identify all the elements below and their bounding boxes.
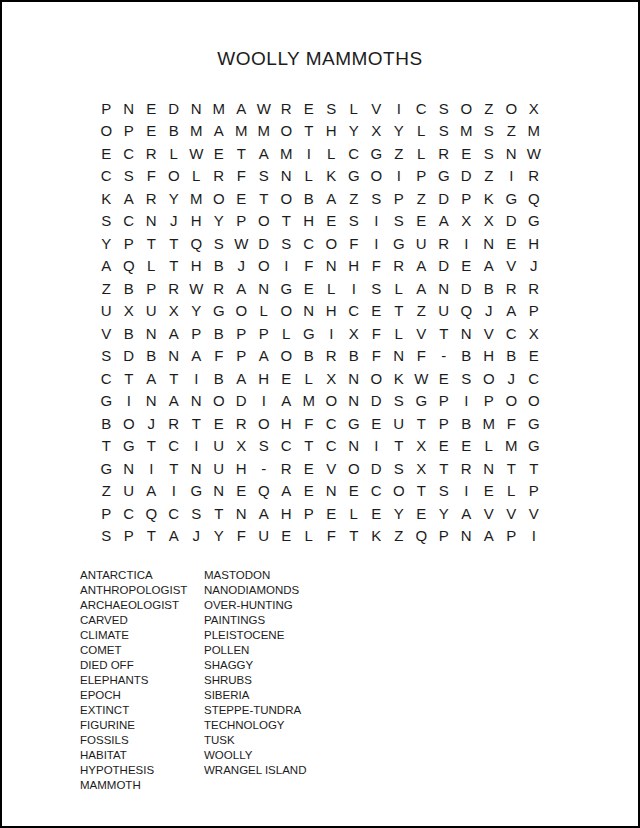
grid-cell[interactable]: R [523, 277, 546, 300]
grid-cell[interactable]: G [410, 390, 433, 413]
grid-cell[interactable]: H [275, 502, 298, 525]
grid-cell[interactable]: S [388, 210, 411, 233]
grid-cell[interactable]: E [298, 97, 321, 120]
grid-cell[interactable]: G [523, 210, 546, 233]
grid-cell[interactable]: Z [95, 480, 118, 503]
grid-cell[interactable]: C [410, 97, 433, 120]
grid-cell[interactable]: F [298, 412, 321, 435]
grid-cell[interactable]: F [208, 345, 231, 368]
grid-cell[interactable]: S [365, 187, 388, 210]
grid-cell[interactable]: L [253, 300, 276, 323]
grid-cell[interactable]: P [523, 300, 546, 323]
word-item[interactable]: EXTINCT [80, 703, 204, 718]
grid-cell[interactable]: X [478, 210, 501, 233]
grid-cell[interactable]: T [410, 480, 433, 503]
grid-cell[interactable]: S [433, 480, 456, 503]
grid-cell[interactable]: F [365, 255, 388, 278]
grid-cell[interactable]: U [118, 480, 141, 503]
grid-cell[interactable]: J [478, 300, 501, 323]
grid-cell[interactable]: Z [410, 187, 433, 210]
grid-cell[interactable]: B [140, 345, 163, 368]
grid-cell[interactable]: T [410, 412, 433, 435]
grid-cell[interactable]: F [230, 165, 253, 188]
grid-cell[interactable]: E [455, 435, 478, 458]
grid-cell[interactable]: X [523, 97, 546, 120]
word-item[interactable]: FOSSILS [80, 733, 204, 748]
grid-cell[interactable]: C [95, 367, 118, 390]
grid-cell[interactable]: F [500, 412, 523, 435]
grid-cell[interactable]: V [95, 322, 118, 345]
grid-cell[interactable]: I [388, 165, 411, 188]
grid-cell[interactable]: R [275, 457, 298, 480]
grid-cell[interactable]: G [523, 435, 546, 458]
grid-cell[interactable]: T [253, 187, 276, 210]
grid-cell[interactable]: K [95, 187, 118, 210]
grid-cell[interactable]: Y [343, 120, 366, 143]
grid-cell[interactable]: Q [253, 480, 276, 503]
grid-cell[interactable]: B [208, 367, 231, 390]
grid-cell[interactable]: G [343, 412, 366, 435]
grid-cell[interactable]: O [118, 412, 141, 435]
grid-cell[interactable]: D [433, 187, 456, 210]
grid-cell[interactable]: O [365, 165, 388, 188]
grid-cell[interactable]: J [185, 525, 208, 548]
grid-cell[interactable]: E [523, 345, 546, 368]
grid-cell[interactable]: B [118, 322, 141, 345]
grid-cell[interactable]: E [455, 142, 478, 165]
grid-cell[interactable]: L [298, 165, 321, 188]
grid-cell[interactable]: N [320, 255, 343, 278]
grid-cell[interactable]: I [140, 457, 163, 480]
grid-cell[interactable]: J [163, 210, 186, 233]
grid-cell[interactable]: W [230, 232, 253, 255]
grid-cell[interactable]: H [230, 457, 253, 480]
grid-cell[interactable]: N [230, 502, 253, 525]
grid-cell[interactable]: A [410, 255, 433, 278]
grid-cell[interactable]: J [500, 367, 523, 390]
grid-cell[interactable]: S [275, 232, 298, 255]
word-item[interactable]: HYPOTHESIS [80, 763, 204, 778]
grid-cell[interactable]: O [500, 97, 523, 120]
grid-cell[interactable]: N [275, 165, 298, 188]
grid-cell[interactable]: S [118, 165, 141, 188]
grid-cell[interactable]: A [163, 322, 186, 345]
grid-cell[interactable]: H [253, 367, 276, 390]
grid-cell[interactable]: D [500, 210, 523, 233]
grid-cell[interactable]: U [410, 232, 433, 255]
grid-cell[interactable]: T [388, 435, 411, 458]
grid-cell[interactable]: L [410, 120, 433, 143]
grid-cell[interactable]: H [185, 255, 208, 278]
grid-cell[interactable]: X [230, 435, 253, 458]
grid-cell[interactable]: P [433, 525, 456, 548]
grid-cell[interactable]: R [275, 97, 298, 120]
grid-cell[interactable]: E [365, 300, 388, 323]
grid-cell[interactable]: B [298, 187, 321, 210]
grid-cell[interactable]: B [455, 412, 478, 435]
grid-cell[interactable]: E [455, 255, 478, 278]
grid-cell[interactable]: P [433, 390, 456, 413]
grid-cell[interactable]: U [140, 300, 163, 323]
grid-cell[interactable]: C [523, 367, 546, 390]
grid-cell[interactable]: H [275, 412, 298, 435]
grid-cell[interactable]: F [410, 345, 433, 368]
word-item[interactable]: SIBERIA [204, 688, 306, 703]
grid-cell[interactable]: P [478, 390, 501, 413]
grid-cell[interactable]: L [275, 322, 298, 345]
grid-cell[interactable]: N [140, 322, 163, 345]
grid-cell[interactable]: - [433, 345, 456, 368]
grid-cell[interactable]: A [433, 210, 456, 233]
grid-cell[interactable]: J [230, 255, 253, 278]
grid-cell[interactable]: O [320, 232, 343, 255]
grid-cell[interactable]: E [410, 502, 433, 525]
word-item[interactable]: WOOLLY [204, 748, 306, 763]
grid-cell[interactable]: L [343, 97, 366, 120]
grid-cell[interactable]: V [320, 457, 343, 480]
grid-cell[interactable]: S [433, 97, 456, 120]
grid-cell[interactable]: A [478, 255, 501, 278]
grid-cell[interactable]: X [455, 210, 478, 233]
grid-cell[interactable]: N [478, 232, 501, 255]
grid-cell[interactable]: O [95, 120, 118, 143]
grid-cell[interactable]: G [208, 300, 231, 323]
grid-cell[interactable]: L [388, 322, 411, 345]
grid-cell[interactable]: S [208, 232, 231, 255]
grid-cell[interactable]: R [140, 142, 163, 165]
grid-cell[interactable]: M [298, 390, 321, 413]
grid-cell[interactable]: G [298, 322, 321, 345]
grid-cell[interactable]: F [365, 322, 388, 345]
grid-cell[interactable]: B [118, 277, 141, 300]
grid-cell[interactable]: B [478, 277, 501, 300]
grid-cell[interactable]: R [523, 165, 546, 188]
grid-cell[interactable]: S [365, 277, 388, 300]
grid-cell[interactable]: L [185, 165, 208, 188]
grid-cell[interactable]: E [275, 525, 298, 548]
grid-cell[interactable]: K [320, 165, 343, 188]
grid-cell[interactable]: N [140, 210, 163, 233]
grid-cell[interactable]: O [320, 390, 343, 413]
grid-cell[interactable]: Z [410, 300, 433, 323]
grid-cell[interactable]: P [95, 97, 118, 120]
grid-cell[interactable]: N [343, 435, 366, 458]
grid-cell[interactable]: L [298, 367, 321, 390]
grid-cell[interactable]: A [140, 367, 163, 390]
grid-cell[interactable]: H [343, 255, 366, 278]
grid-cell[interactable]: Y [388, 502, 411, 525]
grid-cell[interactable]: W [523, 142, 546, 165]
word-item[interactable]: FIGURINE [80, 718, 204, 733]
grid-cell[interactable]: E [298, 457, 321, 480]
grid-cell[interactable]: E [320, 210, 343, 233]
grid-cell[interactable]: A [275, 480, 298, 503]
grid-cell[interactable]: P [118, 120, 141, 143]
grid-cell[interactable]: N [343, 390, 366, 413]
grid-cell[interactable]: X [320, 367, 343, 390]
grid-cell[interactable]: V [500, 502, 523, 525]
grid-cell[interactable]: O [253, 255, 276, 278]
grid-cell[interactable]: S [95, 210, 118, 233]
grid-cell[interactable]: B [298, 345, 321, 368]
grid-cell[interactable]: Y [185, 300, 208, 323]
grid-cell[interactable]: R [230, 412, 253, 435]
grid-cell[interactable]: R [388, 255, 411, 278]
grid-cell[interactable]: P [118, 525, 141, 548]
grid-cell[interactable]: H [298, 210, 321, 233]
grid-cell[interactable]: R [208, 277, 231, 300]
grid-cell[interactable]: G [275, 277, 298, 300]
grid-cell[interactable]: E [365, 502, 388, 525]
word-item[interactable]: DIED OFF [80, 658, 204, 673]
grid-cell[interactable]: Z [500, 120, 523, 143]
grid-cell[interactable]: G [365, 142, 388, 165]
word-item[interactable]: PLEISTOCENE [204, 628, 306, 643]
grid-cell[interactable]: N [253, 277, 276, 300]
grid-cell[interactable]: N [208, 480, 231, 503]
grid-cell[interactable]: Y [208, 525, 231, 548]
grid-cell[interactable]: V [478, 322, 501, 345]
grid-cell[interactable]: T [298, 435, 321, 458]
grid-cell[interactable]: I [185, 435, 208, 458]
grid-cell[interactable]: O [163, 165, 186, 188]
grid-cell[interactable]: P [140, 277, 163, 300]
grid-cell[interactable]: S [253, 435, 276, 458]
grid-cell[interactable]: S [185, 502, 208, 525]
grid-cell[interactable]: T [343, 525, 366, 548]
grid-cell[interactable]: P [388, 187, 411, 210]
grid-cell[interactable]: O [253, 412, 276, 435]
grid-cell[interactable]: I [388, 97, 411, 120]
grid-cell[interactable]: I [500, 165, 523, 188]
grid-cell[interactable]: O [343, 457, 366, 480]
word-item[interactable]: CLIMATE [80, 628, 204, 643]
grid-cell[interactable]: E [208, 412, 231, 435]
grid-cell[interactable]: R [140, 187, 163, 210]
grid-cell[interactable]: Q [118, 255, 141, 278]
grid-cell[interactable]: G [500, 187, 523, 210]
grid-cell[interactable]: T [118, 367, 141, 390]
grid-cell[interactable]: - [253, 457, 276, 480]
grid-cell[interactable]: K [365, 525, 388, 548]
grid-cell[interactable]: P [230, 345, 253, 368]
grid-cell[interactable]: E [140, 97, 163, 120]
grid-cell[interactable]: Y [433, 502, 456, 525]
grid-cell[interactable]: F [365, 345, 388, 368]
grid-cell[interactable]: U [388, 412, 411, 435]
grid-cell[interactable]: S [253, 165, 276, 188]
grid-cell[interactable]: P [95, 502, 118, 525]
word-item[interactable]: OVER-HUNTING [204, 598, 306, 613]
grid-cell[interactable]: C [118, 210, 141, 233]
grid-cell[interactable]: N [185, 457, 208, 480]
grid-cell[interactable]: T [208, 502, 231, 525]
grid-cell[interactable]: E [433, 435, 456, 458]
word-item[interactable]: TECHNOLOGY [204, 718, 306, 733]
grid-cell[interactable]: N [185, 390, 208, 413]
grid-cell[interactable]: A [410, 277, 433, 300]
grid-cell[interactable]: R [163, 412, 186, 435]
grid-cell[interactable]: N [185, 97, 208, 120]
grid-cell[interactable]: C [343, 300, 366, 323]
grid-cell[interactable]: B [500, 345, 523, 368]
grid-cell[interactable]: N [433, 277, 456, 300]
grid-cell[interactable]: R [320, 345, 343, 368]
grid-cell[interactable]: K [478, 187, 501, 210]
grid-cell[interactable]: T [185, 412, 208, 435]
word-item[interactable]: MASTODON [204, 568, 306, 583]
grid-cell[interactable]: N [343, 367, 366, 390]
grid-cell[interactable]: O [388, 480, 411, 503]
grid-cell[interactable]: F [343, 232, 366, 255]
grid-cell[interactable]: I [365, 210, 388, 233]
grid-cell[interactable]: N [118, 457, 141, 480]
word-item[interactable]: PAINTINGS [204, 613, 306, 628]
grid-cell[interactable]: I [163, 480, 186, 503]
grid-cell[interactable]: D [163, 97, 186, 120]
grid-cell[interactable]: P [298, 502, 321, 525]
grid-cell[interactable]: I [275, 255, 298, 278]
grid-cell[interactable]: Z [388, 525, 411, 548]
grid-cell[interactable]: S [95, 345, 118, 368]
word-item[interactable]: WRANGEL ISLAND [204, 763, 306, 778]
grid-cell[interactable]: A [208, 120, 231, 143]
grid-cell[interactable]: O [275, 345, 298, 368]
grid-cell[interactable]: L [500, 480, 523, 503]
word-item[interactable]: HABITAT [80, 748, 204, 763]
grid-cell[interactable]: M [455, 120, 478, 143]
grid-cell[interactable]: E [140, 120, 163, 143]
word-item[interactable]: MAMMOTH [80, 778, 204, 793]
grid-cell[interactable]: P [500, 525, 523, 548]
grid-cell[interactable]: V [365, 97, 388, 120]
grid-cell[interactable]: V [523, 502, 546, 525]
word-item[interactable]: ANTHROPOLOGIST [80, 583, 204, 598]
grid-cell[interactable]: L [163, 142, 186, 165]
word-item[interactable]: NANODIAMONDS [204, 583, 306, 598]
grid-cell[interactable]: Z [343, 187, 366, 210]
grid-cell[interactable]: I [365, 435, 388, 458]
grid-cell[interactable]: B [95, 412, 118, 435]
grid-cell[interactable]: A [500, 300, 523, 323]
grid-cell[interactable]: E [500, 232, 523, 255]
grid-cell[interactable]: R [163, 277, 186, 300]
grid-cell[interactable]: P [230, 210, 253, 233]
grid-cell[interactable]: E [230, 187, 253, 210]
grid-cell[interactable]: Y [208, 210, 231, 233]
word-item[interactable]: STEPPE-TUNDRA [204, 703, 306, 718]
grid-cell[interactable]: T [500, 457, 523, 480]
grid-cell[interactable]: V [478, 502, 501, 525]
grid-cell[interactable]: C [118, 502, 141, 525]
grid-cell[interactable]: H [523, 232, 546, 255]
grid-cell[interactable]: P [433, 412, 456, 435]
grid-cell[interactable]: G [118, 435, 141, 458]
grid-cell[interactable]: R [433, 232, 456, 255]
grid-cell[interactable]: A [253, 142, 276, 165]
grid-cell[interactable]: A [275, 390, 298, 413]
grid-cell[interactable]: L [320, 277, 343, 300]
grid-cell[interactable]: O [253, 210, 276, 233]
grid-cell[interactable]: C [163, 435, 186, 458]
grid-cell[interactable]: L [388, 277, 411, 300]
grid-cell[interactable]: Y [388, 120, 411, 143]
grid-cell[interactable]: E [365, 412, 388, 435]
grid-cell[interactable]: T [140, 435, 163, 458]
grid-cell[interactable]: Z [388, 142, 411, 165]
grid-cell[interactable]: Y [95, 232, 118, 255]
grid-cell[interactable]: M [523, 120, 546, 143]
grid-cell[interactable]: M [230, 120, 253, 143]
grid-cell[interactable]: G [95, 457, 118, 480]
grid-cell[interactable]: T [140, 232, 163, 255]
grid-cell[interactable]: X [365, 120, 388, 143]
grid-cell[interactable]: Q [410, 525, 433, 548]
grid-cell[interactable]: N [478, 457, 501, 480]
grid-cell[interactable]: M [500, 435, 523, 458]
grid-cell[interactable]: A [320, 187, 343, 210]
grid-cell[interactable]: S [343, 210, 366, 233]
grid-cell[interactable]: A [163, 525, 186, 548]
grid-cell[interactable]: N [388, 345, 411, 368]
grid-cell[interactable]: O [365, 367, 388, 390]
grid-cell[interactable]: E [95, 142, 118, 165]
word-item[interactable]: SHAGGY [204, 658, 306, 673]
grid-cell[interactable]: M [275, 142, 298, 165]
grid-cell[interactable]: I [185, 367, 208, 390]
grid-cell[interactable]: N [320, 480, 343, 503]
grid-cell[interactable]: O [478, 367, 501, 390]
word-item[interactable]: SHRUBS [204, 673, 306, 688]
grid-cell[interactable]: G [95, 390, 118, 413]
grid-cell[interactable]: T [140, 525, 163, 548]
grid-cell[interactable]: S [455, 367, 478, 390]
grid-cell[interactable]: R [433, 142, 456, 165]
grid-cell[interactable]: I [455, 232, 478, 255]
grid-cell[interactable]: O [500, 390, 523, 413]
grid-cell[interactable]: T [433, 322, 456, 345]
grid-cell[interactable]: T [230, 142, 253, 165]
grid-cell[interactable]: N [118, 97, 141, 120]
grid-cell[interactable]: B [163, 120, 186, 143]
grid-cell[interactable]: C [298, 232, 321, 255]
word-item[interactable]: COMET [80, 643, 204, 658]
grid-cell[interactable]: I [365, 232, 388, 255]
grid-cell[interactable]: I [455, 480, 478, 503]
grid-cell[interactable]: N [455, 525, 478, 548]
grid-cell[interactable]: A [230, 277, 253, 300]
grid-cell[interactable]: Z [478, 97, 501, 120]
grid-cell[interactable]: T [163, 457, 186, 480]
grid-cell[interactable]: V [500, 255, 523, 278]
grid-cell[interactable]: L [343, 502, 366, 525]
grid-cell[interactable]: H [185, 210, 208, 233]
grid-cell[interactable]: L [298, 525, 321, 548]
grid-cell[interactable]: H [478, 345, 501, 368]
grid-cell[interactable]: A [118, 187, 141, 210]
grid-cell[interactable]: T [523, 457, 546, 480]
grid-cell[interactable]: X [523, 322, 546, 345]
grid-cell[interactable]: P [118, 232, 141, 255]
grid-cell[interactable]: M [253, 120, 276, 143]
grid-cell[interactable]: U [95, 300, 118, 323]
grid-cell[interactable]: A [253, 502, 276, 525]
grid-cell[interactable]: B [208, 322, 231, 345]
grid-cell[interactable]: D [365, 457, 388, 480]
grid-cell[interactable]: S [433, 120, 456, 143]
grid-cell[interactable]: E [343, 480, 366, 503]
grid-cell[interactable]: T [163, 232, 186, 255]
